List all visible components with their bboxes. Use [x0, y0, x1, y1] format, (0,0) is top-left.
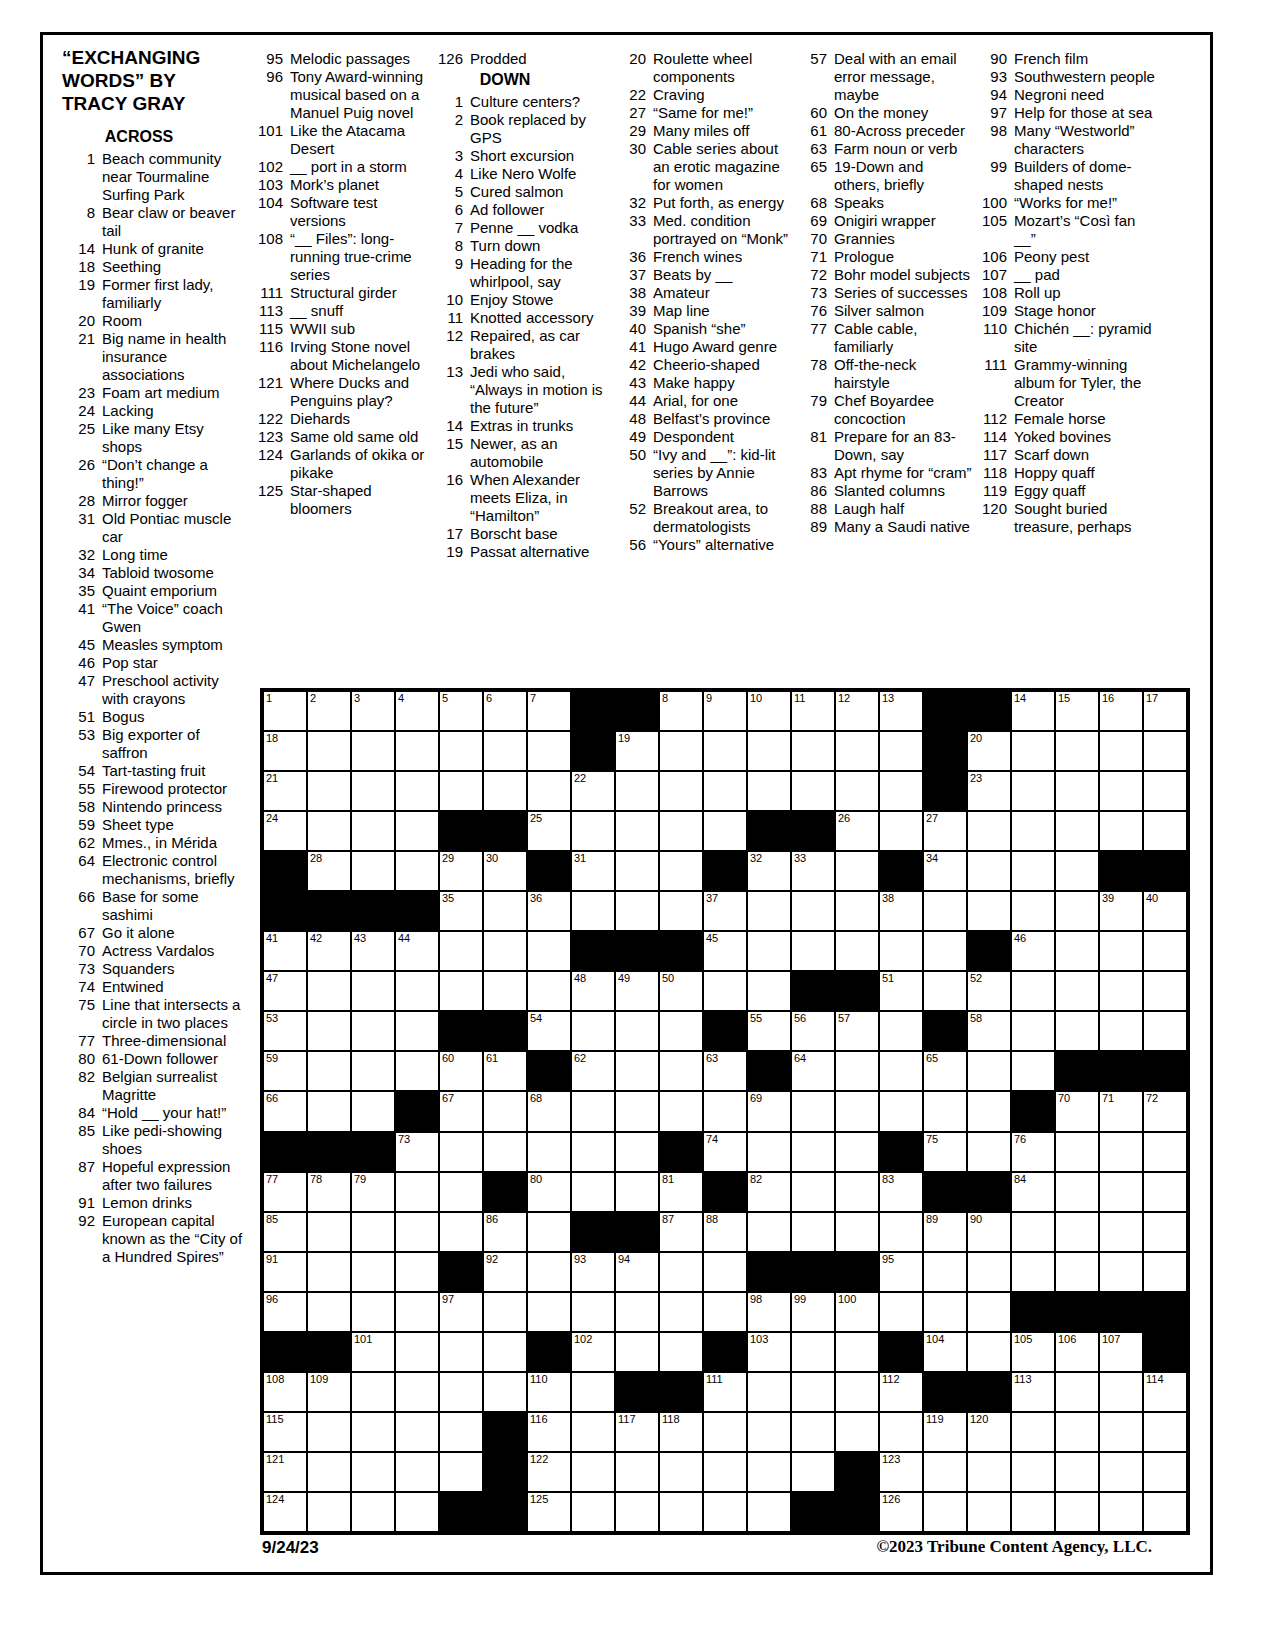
cell-r2c15[interactable] [879, 731, 923, 771]
cell-r13c20[interactable] [1099, 1172, 1143, 1212]
cell-r11c1[interactable]: 66 [263, 1091, 307, 1131]
cell-r20c3[interactable] [351, 1452, 395, 1492]
cell-r14c1[interactable]: 85 [263, 1212, 307, 1252]
cell-r16c12[interactable]: 98 [747, 1292, 791, 1332]
cell-r17c9[interactable] [615, 1332, 659, 1372]
cell-r18c21[interactable]: 114 [1143, 1372, 1187, 1412]
cell-r2c18[interactable] [1011, 731, 1055, 771]
cell-r20c21[interactable] [1143, 1452, 1187, 1492]
cell-r14c10[interactable]: 87 [659, 1212, 703, 1252]
cell-r6c12[interactable] [747, 891, 791, 931]
cell-r9c10[interactable] [659, 1011, 703, 1051]
cell-r4c2[interactable] [307, 811, 351, 851]
cell-r15c15[interactable]: 95 [879, 1252, 923, 1292]
cell-r19c16[interactable]: 119 [923, 1412, 967, 1452]
cell-r5c9[interactable] [615, 851, 659, 891]
cell-r19c4[interactable] [395, 1412, 439, 1452]
cell-r13c1[interactable]: 77 [263, 1172, 307, 1212]
cell-r21c2[interactable] [307, 1492, 351, 1532]
cell-r20c5[interactable] [439, 1452, 483, 1492]
cell-r20c19[interactable] [1055, 1452, 1099, 1492]
cell-r8c21[interactable] [1143, 971, 1187, 1011]
cell-r19c13[interactable] [791, 1412, 835, 1452]
cell-r17c4[interactable] [395, 1332, 439, 1372]
cell-r10c3[interactable] [351, 1051, 395, 1091]
cell-r11c13[interactable] [791, 1091, 835, 1131]
cell-r10c9[interactable] [615, 1051, 659, 1091]
cell-r3c8[interactable]: 22 [571, 771, 615, 811]
cell-r21c19[interactable] [1055, 1492, 1099, 1532]
cell-r11c11[interactable] [703, 1091, 747, 1131]
cell-r10c2[interactable] [307, 1051, 351, 1091]
cell-r10c1[interactable]: 59 [263, 1051, 307, 1091]
cell-r4c9[interactable] [615, 811, 659, 851]
cell-r11c3[interactable] [351, 1091, 395, 1131]
cell-r5c19[interactable] [1055, 851, 1099, 891]
cell-r19c17[interactable]: 120 [967, 1412, 1011, 1452]
cell-r18c12[interactable] [747, 1372, 791, 1412]
cell-r16c2[interactable] [307, 1292, 351, 1332]
cell-r18c13[interactable] [791, 1372, 835, 1412]
cell-r8c10[interactable]: 50 [659, 971, 703, 1011]
cell-r6c17[interactable] [967, 891, 1011, 931]
cell-r16c9[interactable] [615, 1292, 659, 1332]
cell-r12c5[interactable] [439, 1132, 483, 1172]
cell-r20c16[interactable] [923, 1452, 967, 1492]
cell-r3c14[interactable] [835, 771, 879, 811]
cell-r7c20[interactable] [1099, 931, 1143, 971]
cell-r2c4[interactable] [395, 731, 439, 771]
cell-r10c5[interactable]: 60 [439, 1051, 483, 1091]
cell-r20c7[interactable]: 122 [527, 1452, 571, 1492]
cell-r2c11[interactable] [703, 731, 747, 771]
cell-r16c17[interactable] [967, 1292, 1011, 1332]
cell-r4c18[interactable] [1011, 811, 1055, 851]
cell-r13c15[interactable]: 83 [879, 1172, 923, 1212]
cell-r18c19[interactable] [1055, 1372, 1099, 1412]
cell-r4c16[interactable]: 27 [923, 811, 967, 851]
cell-r18c7[interactable]: 110 [527, 1372, 571, 1412]
cell-r17c13[interactable] [791, 1332, 835, 1372]
cell-r13c21[interactable] [1143, 1172, 1187, 1212]
cell-r19c10[interactable]: 118 [659, 1412, 703, 1452]
cell-r18c3[interactable] [351, 1372, 395, 1412]
cell-r18c2[interactable]: 109 [307, 1372, 351, 1412]
cell-r1c13[interactable]: 11 [791, 691, 835, 731]
cell-r2c6[interactable] [483, 731, 527, 771]
cell-r17c12[interactable]: 103 [747, 1332, 791, 1372]
cell-r13c3[interactable]: 79 [351, 1172, 395, 1212]
cell-r1c6[interactable]: 6 [483, 691, 527, 731]
cell-r19c7[interactable]: 116 [527, 1412, 571, 1452]
cell-r2c1[interactable]: 18 [263, 731, 307, 771]
cell-r6c14[interactable] [835, 891, 879, 931]
cell-r17c10[interactable] [659, 1332, 703, 1372]
cell-r19c9[interactable]: 117 [615, 1412, 659, 1452]
cell-r21c4[interactable] [395, 1492, 439, 1532]
cell-r20c1[interactable]: 121 [263, 1452, 307, 1492]
cell-r9c12[interactable]: 55 [747, 1011, 791, 1051]
cell-r9c1[interactable]: 53 [263, 1011, 307, 1051]
cell-r6c19[interactable] [1055, 891, 1099, 931]
cell-r17c16[interactable]: 104 [923, 1332, 967, 1372]
cell-r19c14[interactable] [835, 1412, 879, 1452]
cell-r12c12[interactable] [747, 1132, 791, 1172]
cell-r1c19[interactable]: 15 [1055, 691, 1099, 731]
cell-r16c15[interactable] [879, 1292, 923, 1332]
cell-r7c18[interactable]: 46 [1011, 931, 1055, 971]
cell-r3c18[interactable] [1011, 771, 1055, 811]
cell-r20c20[interactable] [1099, 1452, 1143, 1492]
cell-r4c19[interactable] [1055, 811, 1099, 851]
cell-r10c10[interactable] [659, 1051, 703, 1091]
cell-r18c14[interactable] [835, 1372, 879, 1412]
cell-r6c5[interactable]: 35 [439, 891, 483, 931]
cell-r16c3[interactable] [351, 1292, 395, 1332]
cell-r13c5[interactable] [439, 1172, 483, 1212]
cell-r7c15[interactable] [879, 931, 923, 971]
cell-r3c12[interactable] [747, 771, 791, 811]
cell-r3c13[interactable] [791, 771, 835, 811]
cell-r18c11[interactable]: 111 [703, 1372, 747, 1412]
cell-r9c3[interactable] [351, 1011, 395, 1051]
cell-r14c13[interactable] [791, 1212, 835, 1252]
cell-r7c13[interactable] [791, 931, 835, 971]
cell-r11c15[interactable] [879, 1091, 923, 1131]
cell-r5c6[interactable]: 30 [483, 851, 527, 891]
cell-r7c7[interactable] [527, 931, 571, 971]
cell-r8c11[interactable] [703, 971, 747, 1011]
cell-r3c9[interactable] [615, 771, 659, 811]
cell-r19c18[interactable] [1011, 1412, 1055, 1452]
cell-r15c3[interactable] [351, 1252, 395, 1292]
cell-r1c3[interactable]: 3 [351, 691, 395, 731]
cell-r20c8[interactable] [571, 1452, 615, 1492]
cell-r3c10[interactable] [659, 771, 703, 811]
cell-r13c19[interactable] [1055, 1172, 1099, 1212]
cell-r12c4[interactable]: 73 [395, 1132, 439, 1172]
cell-r5c8[interactable]: 31 [571, 851, 615, 891]
cell-r9c2[interactable] [307, 1011, 351, 1051]
cell-r14c12[interactable] [747, 1212, 791, 1252]
cell-r4c10[interactable] [659, 811, 703, 851]
cell-r15c1[interactable]: 91 [263, 1252, 307, 1292]
cell-r21c12[interactable] [747, 1492, 791, 1532]
cell-r8c1[interactable]: 47 [263, 971, 307, 1011]
cell-r3c5[interactable] [439, 771, 483, 811]
cell-r10c14[interactable] [835, 1051, 879, 1091]
cell-r3c20[interactable] [1099, 771, 1143, 811]
cell-r19c3[interactable] [351, 1412, 395, 1452]
cell-r5c17[interactable] [967, 851, 1011, 891]
cell-r3c4[interactable] [395, 771, 439, 811]
cell-r9c4[interactable] [395, 1011, 439, 1051]
cell-r8c9[interactable]: 49 [615, 971, 659, 1011]
cell-r10c4[interactable] [395, 1051, 439, 1091]
cell-r6c10[interactable] [659, 891, 703, 931]
cell-r21c16[interactable] [923, 1492, 967, 1532]
cell-r19c5[interactable] [439, 1412, 483, 1452]
cell-r19c12[interactable] [747, 1412, 791, 1452]
cell-r5c10[interactable] [659, 851, 703, 891]
cell-r5c13[interactable]: 33 [791, 851, 835, 891]
cell-r6c20[interactable]: 39 [1099, 891, 1143, 931]
cell-r12c16[interactable]: 75 [923, 1132, 967, 1172]
cell-r16c14[interactable]: 100 [835, 1292, 879, 1332]
cell-r5c4[interactable] [395, 851, 439, 891]
cell-r15c9[interactable]: 94 [615, 1252, 659, 1292]
cell-r21c7[interactable]: 125 [527, 1492, 571, 1532]
cell-r1c7[interactable]: 7 [527, 691, 571, 731]
cell-r7c19[interactable] [1055, 931, 1099, 971]
cell-r2c10[interactable] [659, 731, 703, 771]
cell-r8c18[interactable] [1011, 971, 1055, 1011]
cell-r5c5[interactable]: 29 [439, 851, 483, 891]
cell-r6c18[interactable] [1011, 891, 1055, 931]
cell-r16c10[interactable] [659, 1292, 703, 1332]
cell-r9c8[interactable] [571, 1011, 615, 1051]
cell-r11c2[interactable] [307, 1091, 351, 1131]
cell-r21c8[interactable] [571, 1492, 615, 1532]
cell-r3c15[interactable] [879, 771, 923, 811]
cell-r11c10[interactable] [659, 1091, 703, 1131]
cell-r12c9[interactable] [615, 1132, 659, 1172]
cell-r13c18[interactable]: 84 [1011, 1172, 1055, 1212]
cell-r3c11[interactable] [703, 771, 747, 811]
cell-r2c12[interactable] [747, 731, 791, 771]
cell-r6c21[interactable]: 40 [1143, 891, 1187, 931]
cell-r10c13[interactable]: 64 [791, 1051, 835, 1091]
cell-r10c17[interactable] [967, 1051, 1011, 1091]
cell-r9c19[interactable] [1055, 1011, 1099, 1051]
cell-r17c18[interactable]: 105 [1011, 1332, 1055, 1372]
cell-r1c21[interactable]: 17 [1143, 691, 1187, 731]
cell-r4c20[interactable] [1099, 811, 1143, 851]
cell-r11c20[interactable]: 71 [1099, 1091, 1143, 1131]
cell-r6c13[interactable] [791, 891, 835, 931]
cell-r8c3[interactable] [351, 971, 395, 1011]
cell-r17c8[interactable]: 102 [571, 1332, 615, 1372]
cell-r14c11[interactable]: 88 [703, 1212, 747, 1252]
cell-r15c21[interactable] [1143, 1252, 1187, 1292]
cell-r14c21[interactable] [1143, 1212, 1187, 1252]
cell-r19c19[interactable] [1055, 1412, 1099, 1452]
cell-r3c7[interactable] [527, 771, 571, 811]
cell-r7c12[interactable] [747, 931, 791, 971]
cell-r2c19[interactable] [1055, 731, 1099, 771]
cell-r13c12[interactable]: 82 [747, 1172, 791, 1212]
cell-r4c4[interactable] [395, 811, 439, 851]
cell-r6c11[interactable]: 37 [703, 891, 747, 931]
cell-r4c7[interactable]: 25 [527, 811, 571, 851]
cell-r11c19[interactable]: 70 [1055, 1091, 1099, 1131]
cell-r1c4[interactable]: 4 [395, 691, 439, 731]
cell-r19c1[interactable]: 115 [263, 1412, 307, 1452]
cell-r10c16[interactable]: 65 [923, 1051, 967, 1091]
cell-r6c7[interactable]: 36 [527, 891, 571, 931]
cell-r9c9[interactable] [615, 1011, 659, 1051]
cell-r8c4[interactable] [395, 971, 439, 1011]
cell-r5c18[interactable] [1011, 851, 1055, 891]
cell-r19c8[interactable] [571, 1412, 615, 1452]
cell-r1c1[interactable]: 1 [263, 691, 307, 731]
cell-r10c18[interactable] [1011, 1051, 1055, 1091]
cell-r9c13[interactable]: 56 [791, 1011, 835, 1051]
cell-r15c18[interactable] [1011, 1252, 1055, 1292]
cell-r6c16[interactable] [923, 891, 967, 931]
cell-r17c5[interactable] [439, 1332, 483, 1372]
cell-r3c21[interactable] [1143, 771, 1187, 811]
cell-r12c20[interactable] [1099, 1132, 1143, 1172]
cell-r2c14[interactable] [835, 731, 879, 771]
cell-r20c11[interactable] [703, 1452, 747, 1492]
cell-r14c15[interactable] [879, 1212, 923, 1252]
cell-r11c8[interactable] [571, 1091, 615, 1131]
cell-r1c2[interactable]: 2 [307, 691, 351, 731]
cell-r15c20[interactable] [1099, 1252, 1143, 1292]
cell-r4c1[interactable]: 24 [263, 811, 307, 851]
cell-r13c7[interactable]: 80 [527, 1172, 571, 1212]
cell-r16c6[interactable] [483, 1292, 527, 1332]
cell-r7c21[interactable] [1143, 931, 1187, 971]
cell-r15c11[interactable] [703, 1252, 747, 1292]
cell-r21c17[interactable] [967, 1492, 1011, 1532]
cell-r4c17[interactable] [967, 811, 1011, 851]
cell-r8c6[interactable] [483, 971, 527, 1011]
cell-r13c13[interactable] [791, 1172, 835, 1212]
cell-r3c17[interactable]: 23 [967, 771, 1011, 811]
cell-r16c13[interactable]: 99 [791, 1292, 835, 1332]
cell-r12c14[interactable] [835, 1132, 879, 1172]
cell-r16c8[interactable] [571, 1292, 615, 1332]
cell-r14c5[interactable] [439, 1212, 483, 1252]
cell-r15c16[interactable] [923, 1252, 967, 1292]
cell-r10c15[interactable] [879, 1051, 923, 1091]
cell-r12c17[interactable] [967, 1132, 1011, 1172]
cell-r21c10[interactable] [659, 1492, 703, 1532]
cell-r3c1[interactable]: 21 [263, 771, 307, 811]
cell-r20c17[interactable] [967, 1452, 1011, 1492]
cell-r15c19[interactable] [1055, 1252, 1099, 1292]
cell-r5c12[interactable]: 32 [747, 851, 791, 891]
cell-r18c18[interactable]: 113 [1011, 1372, 1055, 1412]
cell-r7c4[interactable]: 44 [395, 931, 439, 971]
cell-r20c4[interactable] [395, 1452, 439, 1492]
cell-r14c14[interactable] [835, 1212, 879, 1252]
cell-r1c15[interactable]: 13 [879, 691, 923, 731]
cell-r20c18[interactable] [1011, 1452, 1055, 1492]
cell-r19c11[interactable] [703, 1412, 747, 1452]
cell-r16c7[interactable] [527, 1292, 571, 1332]
cell-r21c21[interactable] [1143, 1492, 1187, 1532]
cell-r6c6[interactable] [483, 891, 527, 931]
cell-r21c9[interactable] [615, 1492, 659, 1532]
cell-r19c15[interactable] [879, 1412, 923, 1452]
cell-r12c8[interactable] [571, 1132, 615, 1172]
cell-r8c16[interactable] [923, 971, 967, 1011]
cell-r7c2[interactable]: 42 [307, 931, 351, 971]
cell-r11c7[interactable]: 68 [527, 1091, 571, 1131]
cell-r12c13[interactable] [791, 1132, 835, 1172]
cell-r3c19[interactable] [1055, 771, 1099, 811]
cell-r6c8[interactable] [571, 891, 615, 931]
cell-r5c2[interactable]: 28 [307, 851, 351, 891]
cell-r17c3[interactable]: 101 [351, 1332, 395, 1372]
cell-r20c9[interactable] [615, 1452, 659, 1492]
cell-r9c17[interactable]: 58 [967, 1011, 1011, 1051]
cell-r17c20[interactable]: 107 [1099, 1332, 1143, 1372]
cell-r20c15[interactable]: 123 [879, 1452, 923, 1492]
cell-r9c14[interactable]: 57 [835, 1011, 879, 1051]
cell-r19c20[interactable] [1099, 1412, 1143, 1452]
cell-r8c15[interactable]: 51 [879, 971, 923, 1011]
cell-r13c9[interactable] [615, 1172, 659, 1212]
cell-r16c4[interactable] [395, 1292, 439, 1332]
cell-r4c15[interactable] [879, 811, 923, 851]
cell-r20c2[interactable] [307, 1452, 351, 1492]
cell-r11c9[interactable] [615, 1091, 659, 1131]
cell-r14c3[interactable] [351, 1212, 395, 1252]
cell-r5c16[interactable]: 34 [923, 851, 967, 891]
cell-r3c2[interactable] [307, 771, 351, 811]
cell-r20c13[interactable] [791, 1452, 835, 1492]
cell-r19c2[interactable] [307, 1412, 351, 1452]
cell-r7c11[interactable]: 45 [703, 931, 747, 971]
cell-r12c7[interactable] [527, 1132, 571, 1172]
cell-r1c10[interactable]: 8 [659, 691, 703, 731]
cell-r4c21[interactable] [1143, 811, 1187, 851]
cell-r21c1[interactable]: 124 [263, 1492, 307, 1532]
cell-r13c2[interactable]: 78 [307, 1172, 351, 1212]
cell-r20c12[interactable] [747, 1452, 791, 1492]
cell-r9c21[interactable] [1143, 1011, 1187, 1051]
cell-r11c17[interactable] [967, 1091, 1011, 1131]
cell-r8c12[interactable] [747, 971, 791, 1011]
cell-r17c19[interactable]: 106 [1055, 1332, 1099, 1372]
cell-r11c14[interactable] [835, 1091, 879, 1131]
cell-r12c21[interactable] [1143, 1132, 1187, 1172]
cell-r19c21[interactable] [1143, 1412, 1187, 1452]
cell-r13c14[interactable] [835, 1172, 879, 1212]
cell-r18c20[interactable] [1099, 1372, 1143, 1412]
cell-r15c4[interactable] [395, 1252, 439, 1292]
cell-r17c14[interactable] [835, 1332, 879, 1372]
cell-r8c7[interactable] [527, 971, 571, 1011]
cell-r18c8[interactable] [571, 1372, 615, 1412]
cell-r12c11[interactable]: 74 [703, 1132, 747, 1172]
cell-r7c14[interactable] [835, 931, 879, 971]
cell-r15c17[interactable] [967, 1252, 1011, 1292]
cell-r14c18[interactable] [1011, 1212, 1055, 1252]
cell-r20c10[interactable] [659, 1452, 703, 1492]
cell-r13c10[interactable]: 81 [659, 1172, 703, 1212]
cell-r1c18[interactable]: 14 [1011, 691, 1055, 731]
cell-r14c20[interactable] [1099, 1212, 1143, 1252]
cell-r9c7[interactable]: 54 [527, 1011, 571, 1051]
cell-r15c2[interactable] [307, 1252, 351, 1292]
cell-r4c3[interactable] [351, 811, 395, 851]
cell-r18c4[interactable] [395, 1372, 439, 1412]
cell-r8c19[interactable] [1055, 971, 1099, 1011]
cell-r17c6[interactable] [483, 1332, 527, 1372]
cell-r21c11[interactable] [703, 1492, 747, 1532]
cell-r12c19[interactable] [1055, 1132, 1099, 1172]
cell-r2c3[interactable] [351, 731, 395, 771]
cell-r14c17[interactable]: 90 [967, 1212, 1011, 1252]
cell-r9c20[interactable] [1099, 1011, 1143, 1051]
cell-r21c18[interactable] [1011, 1492, 1055, 1532]
cell-r13c8[interactable] [571, 1172, 615, 1212]
